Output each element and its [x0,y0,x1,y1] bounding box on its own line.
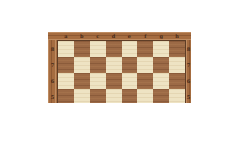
square-b8 [74,41,90,57]
square-e6 [122,73,138,89]
square-h6 [169,73,185,89]
square-d6 [106,73,122,89]
square-a7 [58,57,74,73]
square-b6 [74,73,90,89]
square-c6 [90,73,106,89]
square-h7 [169,57,185,73]
square-c5 [90,89,106,103]
square-h5 [169,89,185,103]
square-b5 [74,89,90,103]
board-frame-left [48,40,57,103]
square-a6 [58,73,74,89]
square-f6 [137,73,153,89]
square-e5 [122,89,138,103]
chessboard: abcdefgh87658765 [48,32,191,103]
square-g7 [153,57,169,73]
square-e7 [122,57,138,73]
board-frame-right [186,40,191,103]
square-h8 [169,41,185,57]
square-c8 [90,41,106,57]
square-a8 [58,41,74,57]
square-e8 [122,41,138,57]
product-photo-canvas: abcdefgh87658765 [0,0,240,150]
square-d8 [106,41,122,57]
square-g6 [153,73,169,89]
square-d7 [106,57,122,73]
board-frame-top [48,32,191,40]
square-g5 [153,89,169,103]
square-f8 [137,41,153,57]
square-a5 [58,89,74,103]
square-g8 [153,41,169,57]
square-f5 [137,89,153,103]
board-grid [57,40,186,103]
square-b7 [74,57,90,73]
square-c7 [90,57,106,73]
square-d5 [106,89,122,103]
square-f7 [137,57,153,73]
chessboard-photo: abcdefgh87658765 [48,32,191,103]
